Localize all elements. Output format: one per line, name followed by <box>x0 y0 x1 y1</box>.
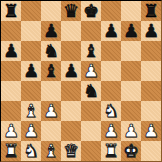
black-pawn-piece[interactable]: ♟ <box>3 41 19 61</box>
square-f2[interactable]: ♟ <box>101 121 121 141</box>
black-pawn-piece[interactable]: ♟ <box>63 61 79 81</box>
square-b5[interactable]: ♟ <box>21 61 41 81</box>
square-a3[interactable] <box>1 101 21 121</box>
square-h2[interactable]: ♟ <box>141 121 161 141</box>
square-h7[interactable]: ♟ <box>141 21 161 41</box>
square-g7[interactable]: ♟ <box>121 21 141 41</box>
black-queen-piece[interactable]: ♛ <box>63 1 79 21</box>
square-b1[interactable]: ♞ <box>21 141 41 161</box>
square-c7[interactable]: ♟ <box>41 21 61 41</box>
chess-board: ♜♛♚♜♟♟♟♟♟♞♝♟♝♟♟♞♝♟♞♟♟♟♟♟♜♞♝♛♜♚ <box>0 0 162 162</box>
square-h6[interactable] <box>141 41 161 61</box>
square-d7[interactable] <box>61 21 81 41</box>
square-g3[interactable] <box>121 101 141 121</box>
square-e6[interactable]: ♝ <box>81 41 101 61</box>
square-f1[interactable]: ♜ <box>101 141 121 161</box>
square-f4[interactable] <box>101 81 121 101</box>
square-d3[interactable] <box>61 101 81 121</box>
square-b6[interactable] <box>21 41 41 61</box>
square-b2[interactable]: ♟ <box>21 121 41 141</box>
square-g4[interactable] <box>121 81 141 101</box>
black-bishop-piece[interactable]: ♝ <box>83 41 99 61</box>
square-e5[interactable]: ♟ <box>81 61 101 81</box>
square-b4[interactable] <box>21 81 41 101</box>
square-d5[interactable]: ♟ <box>61 61 81 81</box>
black-pawn-piece[interactable]: ♟ <box>123 21 139 41</box>
square-h4[interactable] <box>141 81 161 101</box>
white-pawn-piece[interactable]: ♟ <box>103 121 119 141</box>
black-king-piece[interactable]: ♚ <box>83 1 99 21</box>
white-pawn-piece[interactable]: ♟ <box>123 121 139 141</box>
square-g1[interactable]: ♚ <box>121 141 141 161</box>
square-d2[interactable] <box>61 121 81 141</box>
square-h3[interactable] <box>141 101 161 121</box>
black-bishop-piece[interactable]: ♝ <box>43 61 59 81</box>
square-e3[interactable] <box>81 101 101 121</box>
black-pawn-piece[interactable]: ♟ <box>143 21 159 41</box>
black-knight-piece[interactable]: ♞ <box>43 41 59 61</box>
square-e7[interactable] <box>81 21 101 41</box>
black-rook-piece[interactable]: ♜ <box>3 1 19 21</box>
square-a1[interactable]: ♜ <box>1 141 21 161</box>
white-rook-piece[interactable]: ♜ <box>103 141 119 161</box>
square-f5[interactable] <box>101 61 121 81</box>
square-g2[interactable]: ♟ <box>121 121 141 141</box>
square-f3[interactable]: ♞ <box>101 101 121 121</box>
square-e4[interactable]: ♞ <box>81 81 101 101</box>
square-h1[interactable] <box>141 141 161 161</box>
square-c8[interactable] <box>41 1 61 21</box>
square-f7[interactable]: ♟ <box>101 21 121 41</box>
white-pawn-piece[interactable]: ♟ <box>23 121 39 141</box>
black-knight-piece[interactable]: ♞ <box>83 81 99 101</box>
white-knight-piece[interactable]: ♞ <box>23 141 39 161</box>
square-g6[interactable] <box>121 41 141 61</box>
square-c1[interactable]: ♝ <box>41 141 61 161</box>
square-c5[interactable]: ♝ <box>41 61 61 81</box>
white-queen-piece[interactable]: ♛ <box>63 141 79 161</box>
white-pawn-piece[interactable]: ♟ <box>3 121 19 141</box>
white-bishop-piece[interactable]: ♝ <box>23 101 39 121</box>
square-c4[interactable] <box>41 81 61 101</box>
black-pawn-piece[interactable]: ♟ <box>23 61 39 81</box>
square-d1[interactable]: ♛ <box>61 141 81 161</box>
square-h5[interactable] <box>141 61 161 81</box>
white-pawn-piece[interactable]: ♟ <box>43 101 59 121</box>
square-b7[interactable] <box>21 21 41 41</box>
square-b8[interactable] <box>21 1 41 21</box>
square-d4[interactable] <box>61 81 81 101</box>
square-c2[interactable] <box>41 121 61 141</box>
square-a4[interactable] <box>1 81 21 101</box>
white-bishop-piece[interactable]: ♝ <box>43 141 59 161</box>
square-f6[interactable] <box>101 41 121 61</box>
black-pawn-piece[interactable]: ♟ <box>103 21 119 41</box>
square-e8[interactable]: ♚ <box>81 1 101 21</box>
square-c3[interactable]: ♟ <box>41 101 61 121</box>
square-a6[interactable]: ♟ <box>1 41 21 61</box>
square-d6[interactable] <box>61 41 81 61</box>
square-d8[interactable]: ♛ <box>61 1 81 21</box>
square-a7[interactable] <box>1 21 21 41</box>
square-e1[interactable] <box>81 141 101 161</box>
black-pawn-piece[interactable]: ♟ <box>43 21 59 41</box>
square-f8[interactable] <box>101 1 121 21</box>
square-g5[interactable] <box>121 61 141 81</box>
square-a5[interactable] <box>1 61 21 81</box>
black-rook-piece[interactable]: ♜ <box>143 1 159 21</box>
square-h8[interactable]: ♜ <box>141 1 161 21</box>
square-b3[interactable]: ♝ <box>21 101 41 121</box>
square-g8[interactable] <box>121 1 141 21</box>
white-rook-piece[interactable]: ♜ <box>3 141 19 161</box>
white-knight-piece[interactable]: ♞ <box>103 101 119 121</box>
square-e2[interactable] <box>81 121 101 141</box>
white-pawn-piece[interactable]: ♟ <box>143 121 159 141</box>
white-pawn-piece[interactable]: ♟ <box>83 61 99 81</box>
square-a8[interactable]: ♜ <box>1 1 21 21</box>
square-a2[interactable]: ♟ <box>1 121 21 141</box>
white-king-piece[interactable]: ♚ <box>123 141 139 161</box>
square-c6[interactable]: ♞ <box>41 41 61 61</box>
